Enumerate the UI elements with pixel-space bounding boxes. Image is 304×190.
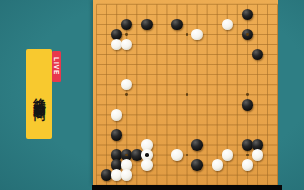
board-cell	[93, 40, 102, 50]
board-cell	[172, 19, 182, 29]
board-cell	[222, 29, 232, 39]
board-cell	[192, 19, 202, 29]
board-cell	[142, 0, 152, 9]
board-cell	[162, 90, 172, 100]
board-cell	[172, 110, 182, 120]
board-cell	[162, 9, 172, 19]
board-cell	[102, 19, 112, 29]
board-cell	[132, 100, 142, 110]
stone-black	[191, 159, 202, 170]
board-cell	[102, 0, 112, 9]
board-cell	[222, 9, 232, 19]
board-cell	[212, 90, 222, 100]
board-cell	[272, 150, 278, 160]
star-point	[125, 33, 128, 36]
star-point	[246, 33, 249, 36]
board-cell	[162, 80, 172, 90]
stone-white	[121, 169, 132, 180]
board-cell	[152, 120, 162, 130]
board-cell	[132, 60, 142, 70]
board-cell	[192, 9, 202, 19]
board-cell	[232, 170, 242, 180]
board-cell	[102, 80, 112, 90]
board-cell	[212, 130, 222, 140]
board-cell	[252, 120, 262, 130]
board-cell	[232, 130, 242, 140]
stone-white	[191, 29, 202, 40]
board-cell	[202, 150, 212, 160]
board-cell	[232, 40, 242, 50]
board-cell	[212, 29, 222, 39]
board-cell	[192, 90, 202, 100]
board-cell	[152, 140, 162, 150]
board-cell	[132, 9, 142, 19]
board-cell	[152, 0, 162, 9]
board-cell	[93, 50, 102, 60]
board-cell	[162, 70, 172, 80]
board-cell	[202, 19, 212, 29]
board-cell	[222, 19, 232, 29]
board-cell	[262, 130, 272, 140]
board-cell	[112, 90, 122, 100]
stone-black	[121, 19, 132, 30]
stone-white	[252, 149, 263, 160]
board-cell	[252, 19, 262, 29]
board-cell	[252, 150, 262, 160]
board-cell	[172, 120, 182, 130]
board-cell	[93, 110, 102, 120]
board-cell	[182, 100, 192, 110]
board-cell	[272, 70, 278, 80]
board-cell	[172, 80, 182, 90]
stone-white	[121, 39, 132, 50]
stone-black	[111, 129, 122, 140]
board-cell	[252, 70, 262, 80]
board-cell	[242, 19, 252, 29]
board-cell	[222, 150, 232, 160]
board-cell	[93, 90, 102, 100]
board-cell	[162, 110, 172, 120]
board-cell	[232, 0, 242, 9]
board-cell	[242, 50, 252, 60]
board-cell	[182, 19, 192, 29]
board-cell	[222, 50, 232, 60]
board-cell	[252, 29, 262, 39]
board-cell	[142, 170, 152, 180]
board-cell	[112, 29, 122, 39]
stone-black	[242, 99, 253, 110]
board-cell	[262, 50, 272, 60]
board-cell	[102, 60, 112, 70]
board-cell	[112, 50, 122, 60]
board-cell	[122, 100, 132, 110]
board-cell	[142, 160, 152, 170]
board-cell	[172, 90, 182, 100]
board-cell	[162, 130, 172, 140]
board-cell	[192, 60, 202, 70]
board-cell	[102, 70, 112, 80]
board-cell	[132, 120, 142, 130]
board-cell	[152, 160, 162, 170]
board-cell	[172, 50, 182, 60]
board-cell	[132, 0, 142, 9]
board-cell	[262, 160, 272, 170]
board-cell	[262, 140, 272, 150]
board-cell	[122, 0, 132, 9]
board-cell	[202, 0, 212, 9]
stone-white	[141, 159, 152, 170]
board-cell	[172, 130, 182, 140]
board-cell	[272, 120, 278, 130]
stone-white	[111, 109, 122, 120]
board-cell	[192, 80, 202, 90]
board-cell	[212, 80, 222, 90]
board-cell	[93, 130, 102, 140]
board-cell	[232, 140, 242, 150]
board-cell	[192, 40, 202, 50]
board-cell	[272, 40, 278, 50]
board-cell	[122, 120, 132, 130]
board-cell	[222, 60, 232, 70]
board-cell	[112, 60, 122, 70]
board-cell	[192, 0, 202, 9]
board-cell	[132, 70, 142, 80]
board-cell	[242, 100, 252, 110]
board-cell	[152, 29, 162, 39]
board-cell	[182, 60, 192, 70]
board-cell	[232, 100, 242, 110]
stone-black	[191, 139, 202, 150]
board-cell	[152, 110, 162, 120]
board-cell	[172, 160, 182, 170]
live-badge: LIVE	[52, 51, 61, 82]
board-cell	[152, 40, 162, 50]
board-cell	[192, 70, 202, 80]
stone-white	[171, 149, 182, 160]
board-cell	[202, 80, 212, 90]
stone-black	[171, 19, 182, 30]
board-cell	[262, 80, 272, 90]
board-cell	[212, 70, 222, 80]
board-cell	[272, 0, 278, 9]
board-cell	[162, 170, 172, 180]
board-cell	[172, 150, 182, 160]
letterbox-bar	[92, 185, 282, 190]
board-cell	[102, 140, 112, 150]
board-cell	[152, 9, 162, 19]
board-cell	[202, 160, 212, 170]
board-cell	[102, 100, 112, 110]
board-cell	[192, 50, 202, 60]
board-cell	[212, 110, 222, 120]
board-cell	[93, 29, 102, 39]
board-cell	[222, 120, 232, 130]
board-cell	[272, 160, 278, 170]
board-cell	[272, 90, 278, 100]
board-cell	[142, 80, 152, 90]
board-cell	[242, 110, 252, 120]
board-cell	[93, 120, 102, 130]
board-cell	[212, 170, 222, 180]
stone-black	[252, 49, 263, 60]
board-cell	[142, 120, 152, 130]
board-cell	[142, 90, 152, 100]
board-cell	[192, 110, 202, 120]
board-cell	[102, 9, 112, 19]
stone-white	[212, 159, 223, 170]
board-cell	[272, 110, 278, 120]
go-board	[93, 0, 278, 185]
banner-title: 绝艺精彩瞬间	[26, 49, 52, 139]
board-cell	[222, 80, 232, 90]
board-cell	[142, 110, 152, 120]
board-cell	[272, 140, 278, 150]
board-cell	[212, 120, 222, 130]
board-cell	[242, 170, 252, 180]
live-video-frame[interactable]: 绝艺精彩瞬间 LIVE	[0, 0, 304, 190]
board-cell	[242, 40, 252, 50]
board-cell	[252, 60, 262, 70]
board-cell	[242, 140, 252, 150]
board-cell	[93, 70, 102, 80]
board-cell	[202, 50, 212, 60]
board-cell	[252, 100, 262, 110]
board-cell	[262, 110, 272, 120]
board-cell	[262, 90, 272, 100]
stone-white	[222, 149, 233, 160]
board-cell	[93, 160, 102, 170]
board-cell	[182, 80, 192, 90]
board-cell	[262, 150, 272, 160]
board-cell	[232, 110, 242, 120]
board-cell	[132, 170, 142, 180]
board-cell	[142, 50, 152, 60]
board-cell	[272, 50, 278, 60]
board-cell	[202, 90, 212, 100]
board-cell	[152, 100, 162, 110]
board-cell	[132, 130, 142, 140]
board-cell	[202, 9, 212, 19]
board-cell	[272, 100, 278, 110]
board-cell	[202, 140, 212, 150]
board-cell	[232, 120, 242, 130]
board-cell	[212, 9, 222, 19]
board-cell	[162, 40, 172, 50]
board-cell	[262, 120, 272, 130]
board-cell	[152, 19, 162, 29]
board-cell	[152, 70, 162, 80]
board-cell	[142, 9, 152, 19]
board-cell	[93, 80, 102, 90]
board-cell	[252, 160, 262, 170]
board-cell	[232, 90, 242, 100]
last-move-marker	[145, 153, 149, 157]
board-cell	[182, 170, 192, 180]
board-cell	[93, 150, 102, 160]
board-cell	[152, 80, 162, 90]
board-cell	[122, 110, 132, 120]
board-cell	[262, 100, 272, 110]
board-cell	[102, 90, 112, 100]
board-cell	[112, 0, 122, 9]
board-cell	[192, 120, 202, 130]
board-cell	[212, 140, 222, 150]
board-cell	[232, 19, 242, 29]
stone-white	[121, 79, 132, 90]
board-cell	[272, 29, 278, 39]
board-cell	[252, 50, 262, 60]
board-cell	[252, 90, 262, 100]
board-cell	[222, 110, 232, 120]
board-cell	[112, 9, 122, 19]
board-cell	[122, 80, 132, 90]
board-cell	[242, 9, 252, 19]
board-cell	[252, 170, 262, 180]
board-cell	[162, 0, 172, 9]
board-cell	[172, 29, 182, 39]
board-cell	[172, 40, 182, 50]
board-cell	[172, 60, 182, 70]
board-cell	[262, 70, 272, 80]
board-cell	[172, 170, 182, 180]
star-point	[246, 93, 249, 96]
board-cell	[212, 60, 222, 70]
board-cell	[182, 110, 192, 120]
board-cell	[242, 60, 252, 70]
stone-black	[242, 9, 253, 20]
board-cell	[202, 100, 212, 110]
board-cell	[152, 150, 162, 160]
board-cell	[262, 9, 272, 19]
board-cell	[142, 70, 152, 80]
board-cell	[132, 40, 142, 50]
board-cell	[93, 0, 102, 9]
board-cell	[162, 160, 172, 170]
board-cell	[172, 9, 182, 19]
board-cell	[212, 100, 222, 110]
board-cell	[182, 70, 192, 80]
board-cell	[112, 130, 122, 140]
board-cell	[182, 40, 192, 50]
board-cell	[182, 130, 192, 140]
board-cell	[232, 160, 242, 170]
board-cell	[202, 60, 212, 70]
board-cell	[192, 170, 202, 180]
board-cell	[132, 90, 142, 100]
board-cell	[262, 29, 272, 39]
board-cell	[212, 19, 222, 29]
board-cell	[162, 120, 172, 130]
board-cell	[272, 19, 278, 29]
board-cell	[202, 40, 212, 50]
board-cell	[252, 0, 262, 9]
board-cell	[102, 120, 112, 130]
board-cell	[182, 120, 192, 130]
board-cell	[272, 60, 278, 70]
board-cell	[122, 50, 132, 60]
board-cell	[222, 40, 232, 50]
stone-white	[222, 19, 233, 30]
board-cell	[112, 70, 122, 80]
board-cell	[122, 60, 132, 70]
board-cell	[192, 100, 202, 110]
board-cell	[272, 80, 278, 90]
stone-black	[141, 19, 152, 30]
board-cell	[222, 100, 232, 110]
board-cell	[222, 160, 232, 170]
board-cell	[222, 70, 232, 80]
board-cell	[272, 9, 278, 19]
board-cell	[93, 60, 102, 70]
board-cell	[192, 140, 202, 150]
board-cell	[252, 9, 262, 19]
board-cell	[132, 29, 142, 39]
board-cell	[272, 170, 278, 180]
board-cell	[272, 130, 278, 140]
board-cell	[152, 60, 162, 70]
board-cell	[232, 29, 242, 39]
board-cell	[142, 29, 152, 39]
board-cell	[172, 0, 182, 9]
board-cell	[202, 29, 212, 39]
board-cell	[132, 80, 142, 90]
board-cell	[152, 170, 162, 180]
board-cell	[212, 40, 222, 50]
board-cell	[142, 100, 152, 110]
board-cell	[242, 120, 252, 130]
board-cell	[202, 170, 212, 180]
board-cell	[172, 70, 182, 80]
board-cell	[262, 60, 272, 70]
board-cell	[212, 0, 222, 9]
board-cell	[262, 170, 272, 180]
board-cell	[232, 50, 242, 60]
board-cell	[252, 110, 262, 120]
board-cell	[232, 60, 242, 70]
board-cell	[142, 19, 152, 29]
board-cell	[162, 29, 172, 39]
board-cell	[122, 9, 132, 19]
board-cell	[202, 110, 212, 120]
board-cell	[262, 0, 272, 9]
board-cell	[212, 50, 222, 60]
board-cell	[112, 110, 122, 120]
board-cell	[232, 150, 242, 160]
board-cell	[172, 100, 182, 110]
board-cell	[93, 140, 102, 150]
board-cell	[162, 50, 172, 60]
board-cell	[152, 130, 162, 140]
board-cell	[192, 29, 202, 39]
board-cell	[232, 9, 242, 19]
board-cell	[142, 60, 152, 70]
board-cell	[142, 40, 152, 50]
board-cell	[122, 19, 132, 29]
board-cell	[182, 50, 192, 60]
stone-white	[242, 159, 253, 170]
board-cell	[242, 160, 252, 170]
board-cell	[202, 70, 212, 80]
board-cell	[222, 0, 232, 9]
board-cell	[242, 70, 252, 80]
board-cell	[212, 160, 222, 170]
board-cell	[192, 160, 202, 170]
board-cell	[222, 130, 232, 140]
board-cell	[122, 40, 132, 50]
board-cell	[242, 80, 252, 90]
board-cell	[262, 19, 272, 29]
board-cell	[262, 40, 272, 50]
